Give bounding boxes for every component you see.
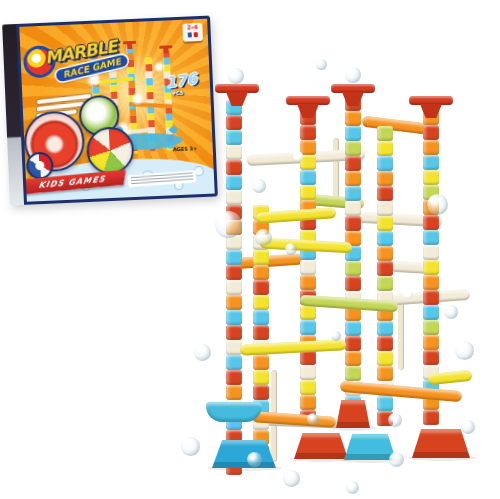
funnel-flange (409, 96, 453, 105)
base-foot (212, 440, 276, 468)
base-foot (412, 429, 470, 458)
product-photo: MARBLE RACE GAME 2-4 176 PCS KIDS GAMES (0, 0, 500, 499)
tower-segment (345, 321, 361, 336)
tower-segment (226, 190, 242, 205)
tower-segment (377, 141, 393, 156)
base-foot (294, 433, 348, 459)
marble-bubble (388, 413, 402, 427)
tower-segment (423, 290, 439, 305)
tower-segment (253, 310, 269, 325)
marble-bubble (283, 470, 300, 487)
tower-segment (377, 246, 393, 261)
tower-segment (377, 156, 393, 171)
tower-segment (345, 366, 361, 381)
marble-bubble (444, 305, 458, 319)
tower-segment (423, 215, 439, 230)
marble-bubble (346, 481, 359, 494)
tower-segment (300, 395, 316, 410)
tower-segment (377, 276, 393, 291)
tower-segment (345, 276, 361, 291)
marble-bubble (427, 194, 448, 215)
marble-run-scene (0, 0, 500, 499)
tower-segment (423, 245, 439, 260)
tower-segment (253, 370, 269, 385)
tower-segment (226, 385, 242, 400)
tower-segment (423, 350, 439, 365)
tower-segment (253, 355, 269, 370)
tower-segment (423, 305, 439, 320)
tower-segment (377, 336, 393, 351)
tower-segment (300, 305, 316, 320)
track-rail (260, 238, 352, 254)
tower-segment (423, 170, 439, 185)
tower-segment (345, 111, 361, 126)
marble-bubble (255, 229, 272, 246)
tower-segment (423, 320, 439, 335)
funnel-flange (215, 84, 259, 93)
tower-segment (345, 216, 361, 231)
marble-bubble (307, 413, 319, 425)
tower-segment (377, 231, 393, 246)
marble-bubble (215, 211, 242, 238)
tower-segment (377, 366, 393, 381)
tower-segment (345, 141, 361, 156)
tower-segment (226, 280, 242, 295)
funnel-flange (331, 84, 375, 93)
marble-bubble (316, 59, 327, 70)
tower-segment (377, 321, 393, 336)
tower-segment (423, 155, 439, 170)
tower-segment (226, 370, 242, 385)
tower-segment (377, 126, 393, 141)
tower-segment (345, 201, 361, 216)
tower-segment (377, 171, 393, 186)
marble-bubble (247, 452, 262, 467)
tower-segment (253, 250, 269, 265)
funnel-flange (286, 96, 330, 105)
tower-segment (226, 145, 242, 160)
tower-segment (345, 261, 361, 276)
tower-segment (300, 365, 316, 380)
tower-segment (377, 186, 393, 201)
tower-segment (345, 351, 361, 366)
tower-segment (253, 280, 269, 295)
tower-segment (423, 410, 439, 425)
marble-bubble (285, 243, 297, 255)
marble-bubble (455, 341, 474, 360)
support-stick (398, 300, 404, 370)
tower-segment (345, 156, 361, 171)
tower-segment (226, 115, 242, 130)
tower-segment (226, 310, 242, 325)
base-foot (336, 400, 370, 428)
tower-segment (423, 230, 439, 245)
marble-bubble (194, 344, 211, 361)
tower-segment (226, 175, 242, 190)
tower-segment (300, 320, 316, 335)
tower-segment (423, 275, 439, 290)
tower-segment (300, 260, 316, 275)
tower-segment (377, 216, 393, 231)
tower-segment (226, 130, 242, 145)
tower-segment (226, 160, 242, 175)
tower-segment (345, 336, 361, 351)
tower-segment (377, 261, 393, 276)
tower-segment (377, 201, 393, 216)
tower-segment (423, 260, 439, 275)
marble-bubble (228, 68, 244, 84)
tower-segment (377, 351, 393, 366)
tower-segment (226, 295, 242, 310)
support-stick (333, 138, 339, 202)
tower-segment (226, 250, 242, 265)
marble-bubble (181, 437, 200, 456)
tower-segment (253, 265, 269, 280)
tower-segment (226, 325, 242, 340)
marble-bubble (389, 452, 404, 467)
tower-segment (377, 396, 393, 411)
tower-segment (253, 295, 269, 310)
marble-bubble (345, 67, 361, 83)
tower-segment (345, 171, 361, 186)
marble-bubble (252, 179, 266, 193)
marble-bubble (461, 420, 475, 434)
tower-segment (345, 126, 361, 141)
base-foot (344, 434, 396, 460)
catch-tray (206, 402, 262, 422)
tower-segment (345, 186, 361, 201)
tower-segment (423, 125, 439, 140)
tower-segment (226, 355, 242, 370)
tower-segment (300, 170, 316, 185)
tower-segment (226, 265, 242, 280)
marble-bubble (331, 331, 341, 341)
tower-segment (253, 325, 269, 340)
tower-segment (300, 185, 316, 200)
white-marble (403, 289, 413, 299)
tower-segment (300, 125, 316, 140)
tower-segment (423, 140, 439, 155)
white-marble (293, 151, 303, 161)
tower-segment (253, 385, 269, 400)
tower-segment (423, 335, 439, 350)
tower-segment (300, 380, 316, 395)
tower-segment (300, 275, 316, 290)
